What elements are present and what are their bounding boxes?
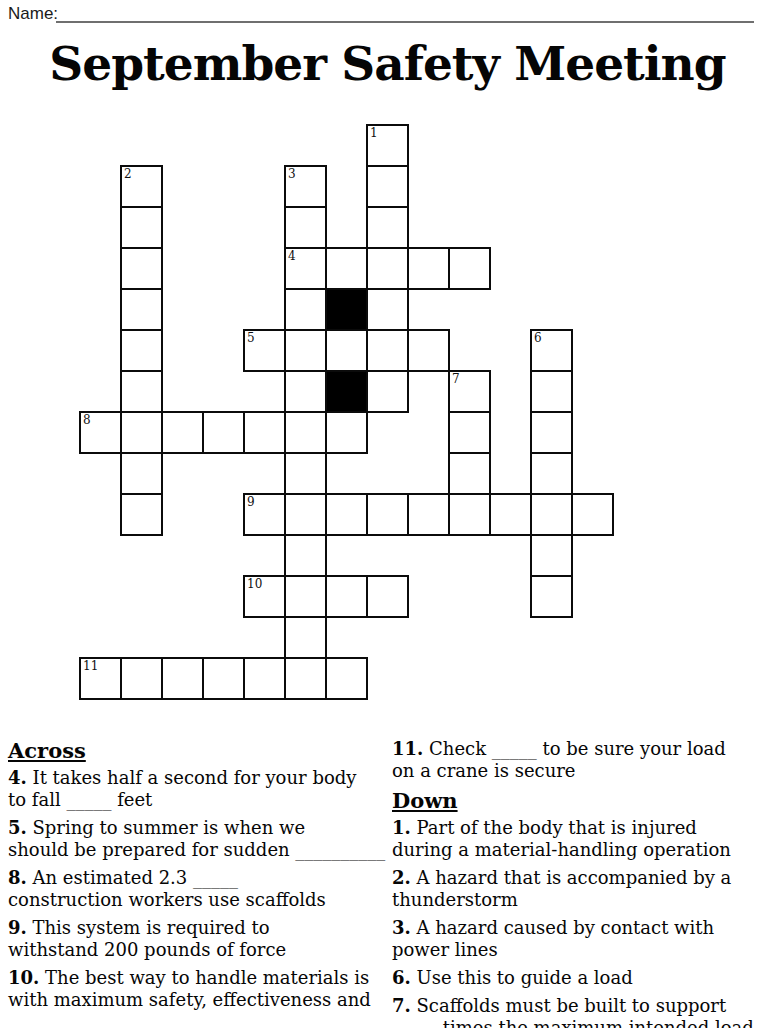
clue-number: 11.	[392, 738, 423, 759]
grid-cell[interactable]	[530, 575, 573, 618]
grid-cell[interactable]	[161, 657, 204, 700]
grid-cell[interactable]: 8	[79, 411, 122, 454]
grid-cell[interactable]: 9	[243, 493, 286, 536]
grid-cell[interactable]	[120, 247, 163, 290]
clue-number: 2.	[392, 867, 411, 888]
clue-text: The best way to handle materials is with…	[8, 967, 371, 1028]
clue-down-3: 3. A hazard caused by contact with power…	[392, 917, 770, 961]
clue-number: 5.	[8, 817, 27, 838]
grid-cell[interactable]	[366, 370, 409, 413]
grid-cell[interactable]	[530, 411, 573, 454]
grid-cell[interactable]	[448, 247, 491, 290]
cell-number: 6	[534, 331, 542, 345]
clue-text: A hazard caused by contact with power li…	[392, 917, 714, 960]
grid-cell[interactable]: 7	[448, 370, 491, 413]
grid-cell[interactable]	[120, 329, 163, 372]
grid-cell[interactable]	[284, 452, 327, 495]
cell-number: 3	[288, 167, 296, 181]
down-heading: Down	[392, 788, 770, 813]
grid-cell-black	[325, 288, 368, 331]
grid-cell[interactable]: 11	[79, 657, 122, 700]
grid-cell[interactable]	[571, 493, 614, 536]
name-fill-in-line[interactable]	[56, 21, 754, 23]
grid-cell[interactable]	[284, 657, 327, 700]
grid-cell[interactable]	[284, 493, 327, 536]
clue-number: 9.	[8, 917, 27, 938]
grid-cell[interactable]	[284, 411, 327, 454]
clue-text: Use this to guide a load	[411, 967, 633, 988]
grid-cell[interactable]: 5	[243, 329, 286, 372]
clue-text: This system is required to withstand 200…	[8, 917, 286, 960]
clue-number: 3.	[392, 917, 411, 938]
grid-cell[interactable]	[530, 493, 573, 536]
grid-cell[interactable]	[284, 206, 327, 249]
clue-text: Spring to summer is when we should be pr…	[8, 817, 385, 860]
grid-cell[interactable]: 6	[530, 329, 573, 372]
grid-cell[interactable]	[366, 493, 409, 536]
grid-cell[interactable]	[120, 452, 163, 495]
cell-number: 11	[83, 659, 98, 673]
grid-cell[interactable]	[448, 493, 491, 536]
grid-cell[interactable]: 10	[243, 575, 286, 618]
clue-number: 8.	[8, 867, 27, 888]
clue-number: 7.	[392, 995, 411, 1016]
grid-cell[interactable]	[530, 370, 573, 413]
clue-text: A hazard that is accompanied by a thunde…	[392, 867, 731, 910]
grid-cell[interactable]	[284, 575, 327, 618]
grid-cell[interactable]	[325, 657, 368, 700]
grid-cell[interactable]	[366, 206, 409, 249]
cell-number: 4	[288, 249, 296, 263]
grid-cell[interactable]	[325, 411, 368, 454]
grid-cell[interactable]: 1	[366, 124, 409, 167]
page-title: September Safety Meeting	[0, 36, 775, 91]
clue-down-2: 2. A hazard that is accompanied by a thu…	[392, 867, 770, 911]
clue-text: Scaffolds must be built to support _____…	[392, 995, 754, 1028]
grid-cell[interactable]	[366, 575, 409, 618]
grid-cell-black	[325, 370, 368, 413]
grid-cell[interactable]	[530, 452, 573, 495]
cell-number: 5	[247, 331, 255, 345]
clue-text: Check _____ to be sure your load on a cr…	[392, 738, 726, 781]
across-heading: Across	[8, 738, 390, 763]
grid-cell[interactable]	[161, 411, 204, 454]
clue-text: An estimated 2.3 _____ construction work…	[8, 867, 326, 910]
grid-cell[interactable]	[284, 534, 327, 577]
clue-down-7: 7. Scaffolds must be built to support __…	[392, 995, 770, 1028]
grid-cell[interactable]: 3	[284, 165, 327, 208]
grid-cell[interactable]	[120, 493, 163, 536]
clue-down-1: 1. Part of the body that is injured duri…	[392, 817, 770, 861]
grid-cell[interactable]	[448, 452, 491, 495]
clues-right-column: 11. Check _____ to be sure your load on …	[392, 738, 770, 1028]
grid-cell[interactable]: 2	[120, 165, 163, 208]
grid-cell[interactable]	[366, 329, 409, 372]
clue-number: 1.	[392, 817, 411, 838]
grid-cell[interactable]	[120, 411, 163, 454]
clue-across-10: 10. The best way to handle materials is …	[8, 967, 390, 1028]
grid-cell[interactable]	[530, 534, 573, 577]
grid-cell[interactable]	[243, 411, 286, 454]
name-label: Name:	[8, 4, 58, 24]
clue-across-9: 9. This system is required to withstand …	[8, 917, 390, 961]
clue-across-5: 5. Spring to summer is when we should be…	[8, 817, 390, 861]
grid-cell[interactable]	[284, 370, 327, 413]
grid-cell[interactable]	[284, 288, 327, 331]
grid-cell[interactable]	[407, 247, 450, 290]
cell-number: 2	[124, 167, 132, 181]
grid-cell[interactable]	[284, 616, 327, 659]
clue-text: Part of the body that is injured during …	[392, 817, 731, 860]
grid-cell[interactable]: 4	[284, 247, 327, 290]
grid-cell[interactable]	[202, 411, 245, 454]
grid-cell[interactable]	[120, 370, 163, 413]
cell-number: 8	[83, 413, 91, 427]
grid-cell[interactable]	[325, 493, 368, 536]
clue-number: 6.	[392, 967, 411, 988]
grid-cell[interactable]	[325, 247, 368, 290]
grid-cell[interactable]	[325, 329, 368, 372]
clue-number: 4.	[8, 767, 27, 788]
cell-number: 1	[370, 126, 378, 140]
grid-cell[interactable]	[202, 657, 245, 700]
clue-number: 10.	[8, 967, 39, 988]
clue-across-4: 4. It takes half a second for your body …	[8, 767, 390, 811]
cell-number: 7	[452, 372, 460, 386]
clue-across-11: 11. Check _____ to be sure your load on …	[392, 738, 770, 782]
grid-cell[interactable]	[325, 575, 368, 618]
grid-cell[interactable]	[120, 657, 163, 700]
grid-cell[interactable]	[448, 411, 491, 454]
clues-left-column: Across 4. It takes half a second for you…	[8, 738, 390, 1028]
clue-across-8: 8. An estimated 2.3 _____ construction w…	[8, 867, 390, 911]
clue-text: It takes half a second for your body to …	[8, 767, 356, 810]
cell-number: 9	[247, 495, 255, 509]
grid-cell[interactable]	[366, 288, 409, 331]
clue-down-6: 6. Use this to guide a load	[392, 967, 770, 989]
grid-cell[interactable]	[120, 288, 163, 331]
crossword-grid: 1234567891011	[80, 125, 654, 699]
grid-cell[interactable]	[489, 493, 532, 536]
cell-number: 10	[247, 577, 262, 591]
grid-cell[interactable]	[407, 493, 450, 536]
grid-cell[interactable]	[120, 206, 163, 249]
grid-cell[interactable]	[366, 247, 409, 290]
grid-cell[interactable]	[366, 165, 409, 208]
grid-cell[interactable]	[284, 329, 327, 372]
grid-cell[interactable]	[407, 329, 450, 372]
grid-cell[interactable]	[243, 657, 286, 700]
